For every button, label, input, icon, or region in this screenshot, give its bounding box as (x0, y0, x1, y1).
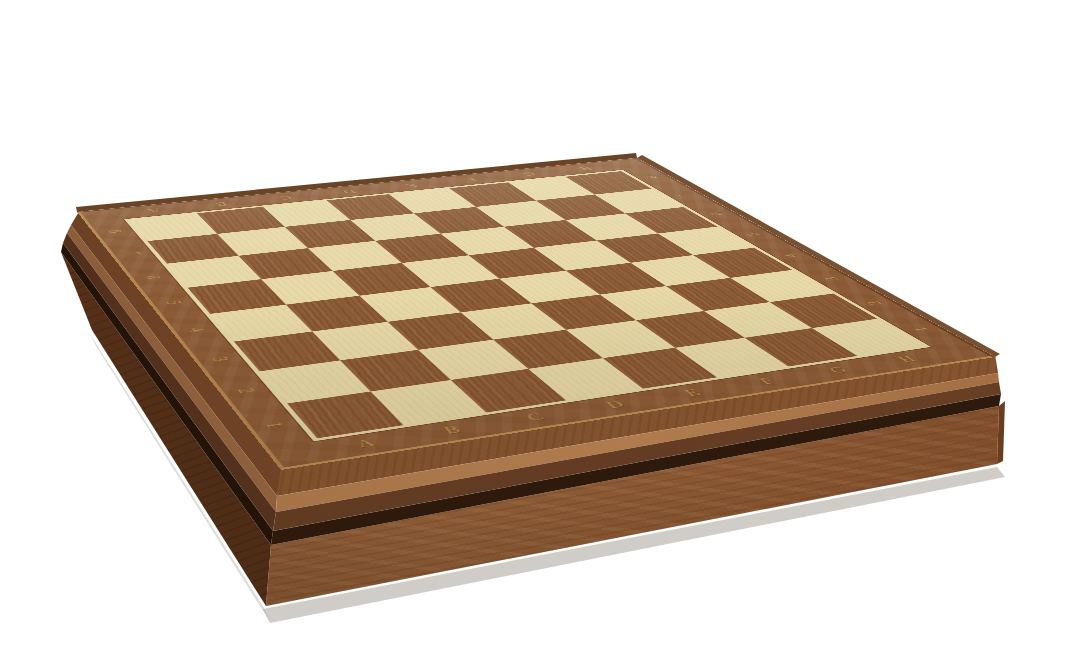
product-photo-scene: ABCDEFGHABCDEFGH8765432187654321 (0, 0, 1065, 668)
